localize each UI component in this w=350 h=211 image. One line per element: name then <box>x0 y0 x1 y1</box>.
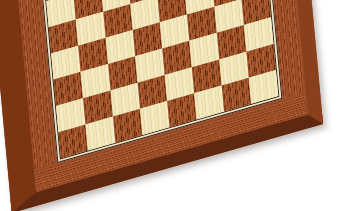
photo-background <box>0 0 350 211</box>
chess-board <box>0 0 323 211</box>
